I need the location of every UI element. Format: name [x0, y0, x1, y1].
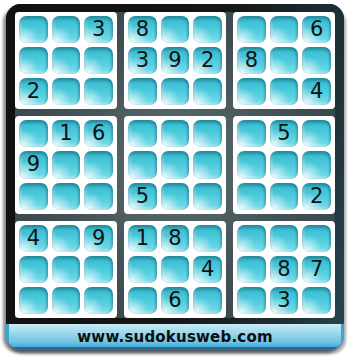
- cell-r5c2[interactable]: [52, 151, 81, 178]
- cell-r7c8[interactable]: [270, 225, 299, 252]
- cell-r2c8[interactable]: [270, 47, 299, 74]
- cell-r4c8[interactable]: 5: [270, 120, 299, 147]
- cell-r1c4[interactable]: 8: [128, 16, 157, 43]
- box-r3c1: 49: [15, 221, 117, 318]
- cell-r3c2[interactable]: [52, 78, 81, 105]
- cell-r8c7[interactable]: [237, 256, 266, 283]
- sudoku-card: 328392684169552491846873 www.sudokusweb.…: [6, 4, 344, 350]
- cell-r9c9[interactable]: [302, 287, 331, 314]
- cell-r4c2[interactable]: 1: [52, 120, 81, 147]
- cell-r4c3[interactable]: 6: [84, 120, 113, 147]
- cell-r5c4[interactable]: [128, 151, 157, 178]
- cell-r9c5[interactable]: 6: [161, 287, 190, 314]
- cell-r6c5[interactable]: [161, 183, 190, 210]
- cell-r9c8[interactable]: 3: [270, 287, 299, 314]
- box-r2c1: 169: [15, 116, 117, 213]
- cell-r4c7[interactable]: [237, 120, 266, 147]
- cell-r6c7[interactable]: [237, 183, 266, 210]
- cell-r3c3[interactable]: [84, 78, 113, 105]
- cell-r2c1[interactable]: [19, 47, 48, 74]
- cell-r4c5[interactable]: [161, 120, 190, 147]
- cell-r6c9[interactable]: 2: [302, 183, 331, 210]
- cell-r9c2[interactable]: [52, 287, 81, 314]
- cell-r5c3[interactable]: [84, 151, 113, 178]
- cell-r8c6[interactable]: 4: [193, 256, 222, 283]
- cell-r2c6[interactable]: 2: [193, 47, 222, 74]
- box-r1c2: 8392: [124, 12, 226, 109]
- footer-banner: www.sudokusweb.com: [6, 324, 344, 350]
- cell-r5c9[interactable]: [302, 151, 331, 178]
- cell-r2c3[interactable]: [84, 47, 113, 74]
- box-r3c3: 873: [233, 221, 335, 318]
- cell-r3c7[interactable]: [237, 78, 266, 105]
- cell-r7c4[interactable]: 1: [128, 225, 157, 252]
- cell-r2c9[interactable]: [302, 47, 331, 74]
- cell-r6c4[interactable]: 5: [128, 183, 157, 210]
- cell-r7c6[interactable]: [193, 225, 222, 252]
- cell-r2c5[interactable]: 9: [161, 47, 190, 74]
- box-r1c3: 684: [233, 12, 335, 109]
- cell-r8c8[interactable]: 8: [270, 256, 299, 283]
- cell-r7c9[interactable]: [302, 225, 331, 252]
- sudoku-board: 328392684169552491846873: [15, 12, 335, 318]
- box-r2c3: 52: [233, 116, 335, 213]
- cell-r3c9[interactable]: 4: [302, 78, 331, 105]
- cell-r6c6[interactable]: [193, 183, 222, 210]
- cell-r1c2[interactable]: [52, 16, 81, 43]
- cell-r1c5[interactable]: [161, 16, 190, 43]
- cell-r3c1[interactable]: 2: [19, 78, 48, 105]
- cell-r9c6[interactable]: [193, 287, 222, 314]
- cell-r7c2[interactable]: [52, 225, 81, 252]
- cell-r9c3[interactable]: [84, 287, 113, 314]
- cell-r7c3[interactable]: 9: [84, 225, 113, 252]
- cell-r6c2[interactable]: [52, 183, 81, 210]
- cell-r1c1[interactable]: [19, 16, 48, 43]
- cell-r2c2[interactable]: [52, 47, 81, 74]
- cell-r3c8[interactable]: [270, 78, 299, 105]
- cell-r5c1[interactable]: 9: [19, 151, 48, 178]
- cell-r5c7[interactable]: [237, 151, 266, 178]
- cell-r9c4[interactable]: [128, 287, 157, 314]
- box-r1c1: 32: [15, 12, 117, 109]
- cell-r8c4[interactable]: [128, 256, 157, 283]
- cell-r9c1[interactable]: [19, 287, 48, 314]
- cell-r6c8[interactable]: [270, 183, 299, 210]
- cell-r6c1[interactable]: [19, 183, 48, 210]
- cell-r5c5[interactable]: [161, 151, 190, 178]
- cell-r6c3[interactable]: [84, 183, 113, 210]
- cell-r8c1[interactable]: [19, 256, 48, 283]
- cell-r2c7[interactable]: 8: [237, 47, 266, 74]
- cell-r1c3[interactable]: 3: [84, 16, 113, 43]
- cell-r1c8[interactable]: [270, 16, 299, 43]
- cell-r3c5[interactable]: [161, 78, 190, 105]
- cell-r7c5[interactable]: 8: [161, 225, 190, 252]
- sudoku-page: 328392684169552491846873 www.sudokusweb.…: [0, 0, 350, 360]
- board-frame: 328392684169552491846873: [6, 4, 344, 324]
- website-link[interactable]: www.sudokusweb.com: [77, 328, 272, 346]
- box-r3c2: 1846: [124, 221, 226, 318]
- cell-r8c5[interactable]: [161, 256, 190, 283]
- cell-r8c9[interactable]: 7: [302, 256, 331, 283]
- cell-r7c1[interactable]: 4: [19, 225, 48, 252]
- cell-r4c9[interactable]: [302, 120, 331, 147]
- box-r2c2: 5: [124, 116, 226, 213]
- cell-r9c7[interactable]: [237, 287, 266, 314]
- cell-r1c6[interactable]: [193, 16, 222, 43]
- cell-r7c7[interactable]: [237, 225, 266, 252]
- cell-r3c4[interactable]: [128, 78, 157, 105]
- cell-r1c7[interactable]: [237, 16, 266, 43]
- cell-r8c2[interactable]: [52, 256, 81, 283]
- cell-r8c3[interactable]: [84, 256, 113, 283]
- cell-r5c6[interactable]: [193, 151, 222, 178]
- cell-r4c1[interactable]: [19, 120, 48, 147]
- cell-r3c6[interactable]: [193, 78, 222, 105]
- cell-r4c4[interactable]: [128, 120, 157, 147]
- cell-r2c4[interactable]: 3: [128, 47, 157, 74]
- cell-r5c8[interactable]: [270, 151, 299, 178]
- cell-r1c9[interactable]: 6: [302, 16, 331, 43]
- cell-r4c6[interactable]: [193, 120, 222, 147]
